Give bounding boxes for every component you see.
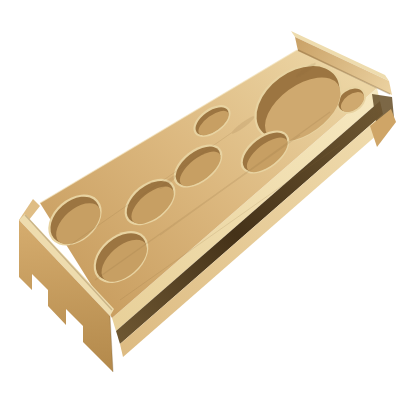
product-photo xyxy=(0,0,400,400)
bamboo-rack-scene xyxy=(0,0,400,400)
